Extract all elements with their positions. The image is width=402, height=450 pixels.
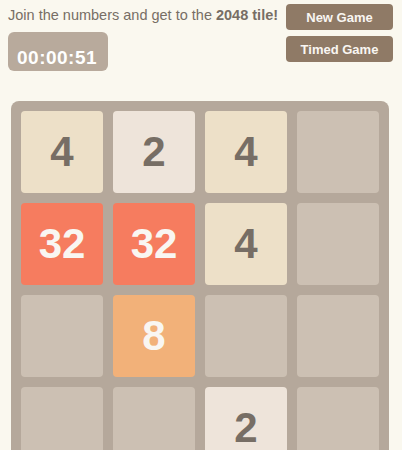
new-game-button[interactable]: New Game xyxy=(286,4,393,30)
timer-display: 00:00:51 xyxy=(8,32,108,71)
tile-32: 32 xyxy=(21,203,103,285)
tile-4: 4 xyxy=(205,111,287,193)
tile-2: 2 xyxy=(205,387,287,450)
title-goal-text: 2048 tile! xyxy=(216,7,278,23)
title-text: Join the numbers and get to the xyxy=(8,7,216,23)
empty-cell xyxy=(205,295,287,377)
tile-4: 4 xyxy=(21,111,103,193)
tile-4: 4 xyxy=(205,203,287,285)
empty-cell xyxy=(21,295,103,377)
tile-2: 2 xyxy=(113,111,195,193)
tile-8: 8 xyxy=(113,295,195,377)
game-board[interactable]: 4243232482 xyxy=(11,101,389,450)
empty-cell xyxy=(297,203,379,285)
empty-cell xyxy=(297,295,379,377)
empty-cell xyxy=(297,387,379,450)
timer-value: 00:00:51 xyxy=(17,47,97,69)
tile-32: 32 xyxy=(113,203,195,285)
empty-cell xyxy=(21,387,103,450)
timed-game-button[interactable]: Timed Game xyxy=(286,36,393,62)
empty-cell xyxy=(297,111,379,193)
page-title: Join the numbers and get to the 2048 til… xyxy=(8,7,278,23)
empty-cell xyxy=(113,387,195,450)
